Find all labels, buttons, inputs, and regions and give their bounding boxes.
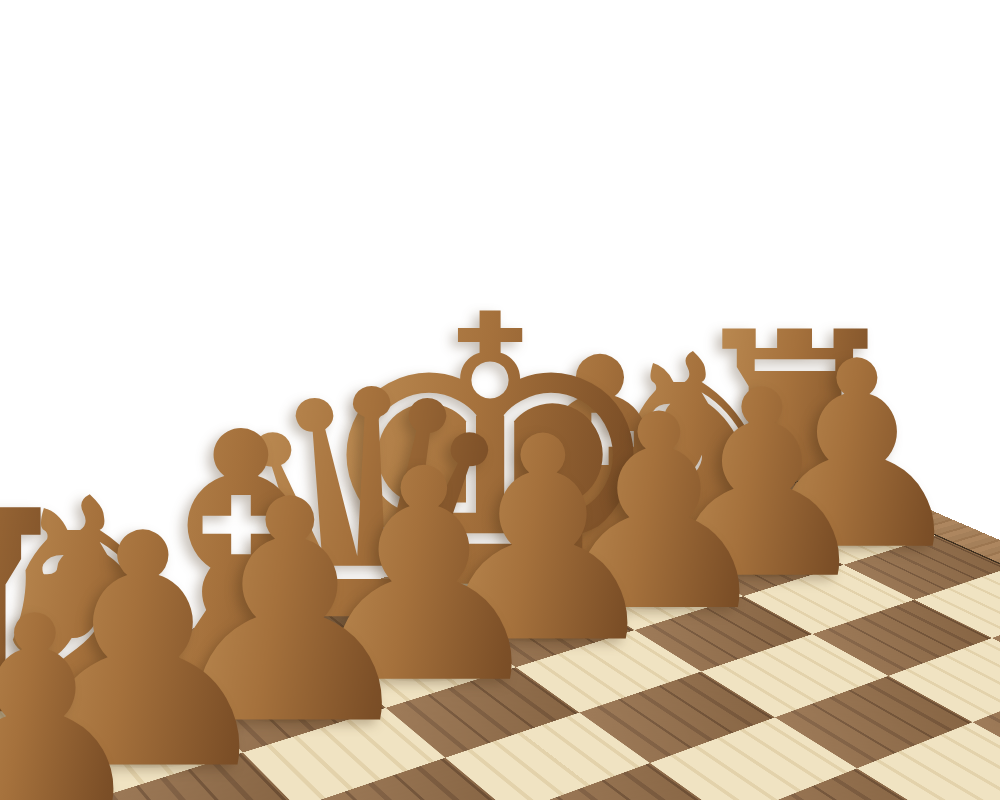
photo-stage: ♜♞♟♝♟♚♟♛♟♝♟♞♟♜♟♟ (0, 0, 1000, 800)
pieces-layer: ♜♞♟♝♟♚♟♛♟♝♟♞♟♜♟♟ (0, 0, 1000, 800)
chess-piece-black-pawn-a7: ♟ (0, 582, 152, 800)
